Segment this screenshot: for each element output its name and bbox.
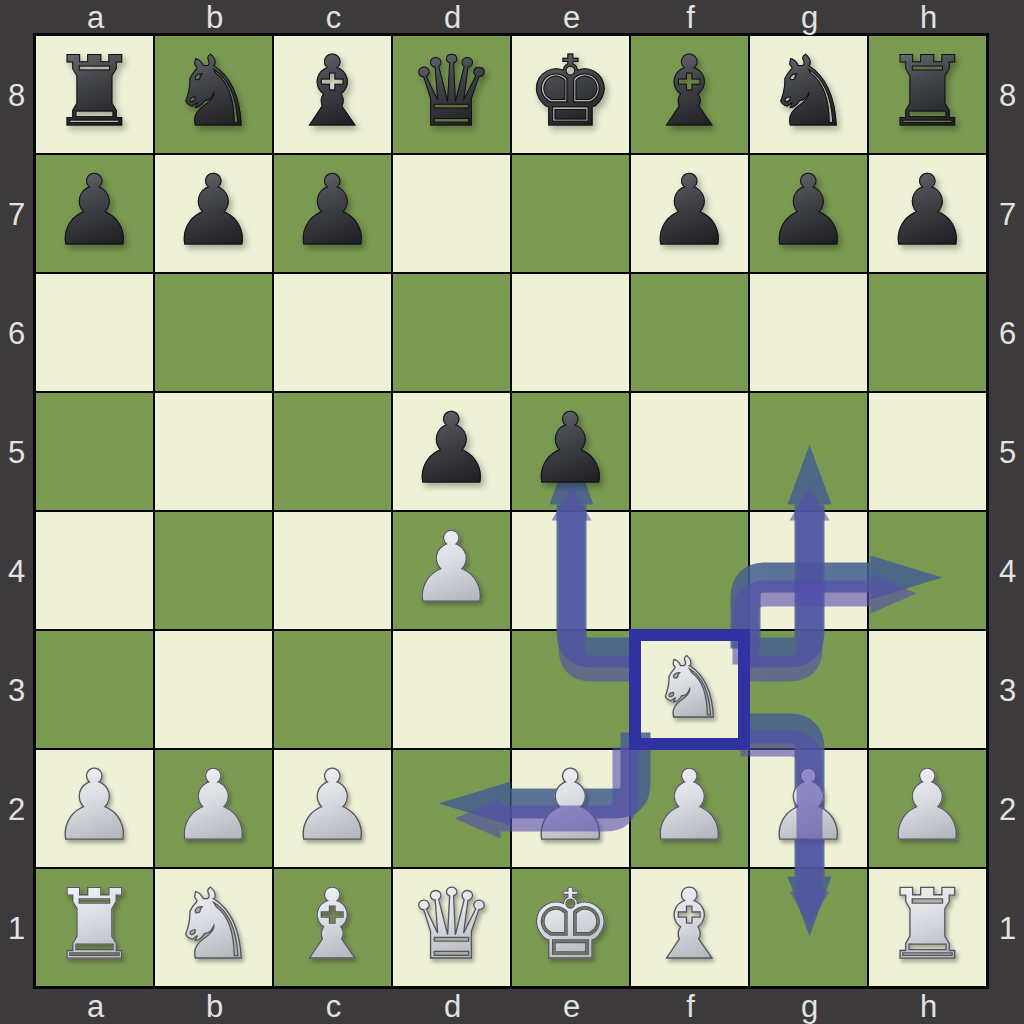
rank-label-right-6: 6 [991, 274, 1024, 393]
file-label-top-b: b [155, 1, 274, 35]
coordinate-labels: aabbccddeeffgghh8877665544332211 [0, 0, 1024, 1024]
rank-label-left-5: 5 [0, 393, 33, 512]
file-label-top-e: e [512, 1, 631, 35]
file-label-bottom-g: g [750, 990, 869, 1024]
file-label-top-f: f [631, 1, 750, 35]
file-label-bottom-c: c [274, 990, 393, 1024]
file-label-bottom-h: h [869, 990, 988, 1024]
rank-label-right-4: 4 [991, 512, 1024, 631]
rank-label-right-1: 1 [991, 869, 1024, 988]
rank-label-right-3: 3 [991, 631, 1024, 750]
file-label-bottom-a: a [36, 990, 155, 1024]
file-label-top-g: g [750, 1, 869, 35]
rank-label-left-8: 8 [0, 36, 33, 155]
file-label-bottom-d: d [393, 990, 512, 1024]
rank-label-left-2: 2 [0, 750, 33, 869]
file-label-top-a: a [36, 1, 155, 35]
rank-label-left-7: 7 [0, 155, 33, 274]
rank-label-right-5: 5 [991, 393, 1024, 512]
chess-board-frame: ♜♞♝♛♚♝♞♜♟♟♟♟♟♟♟♟♟♟♟♟♟♟♟♟♜♞♝♛♚♝♜ ♞ aabbcc… [0, 0, 1024, 1024]
rank-label-left-1: 1 [0, 869, 33, 988]
file-label-top-h: h [869, 1, 988, 35]
rank-label-right-7: 7 [991, 155, 1024, 274]
file-label-top-c: c [274, 1, 393, 35]
file-label-bottom-e: e [512, 990, 631, 1024]
file-label-bottom-b: b [155, 990, 274, 1024]
rank-label-right-8: 8 [991, 36, 1024, 155]
rank-label-left-6: 6 [0, 274, 33, 393]
rank-label-right-2: 2 [991, 750, 1024, 869]
file-label-top-d: d [393, 1, 512, 35]
file-label-bottom-f: f [631, 990, 750, 1024]
rank-label-left-3: 3 [0, 631, 33, 750]
rank-label-left-4: 4 [0, 512, 33, 631]
